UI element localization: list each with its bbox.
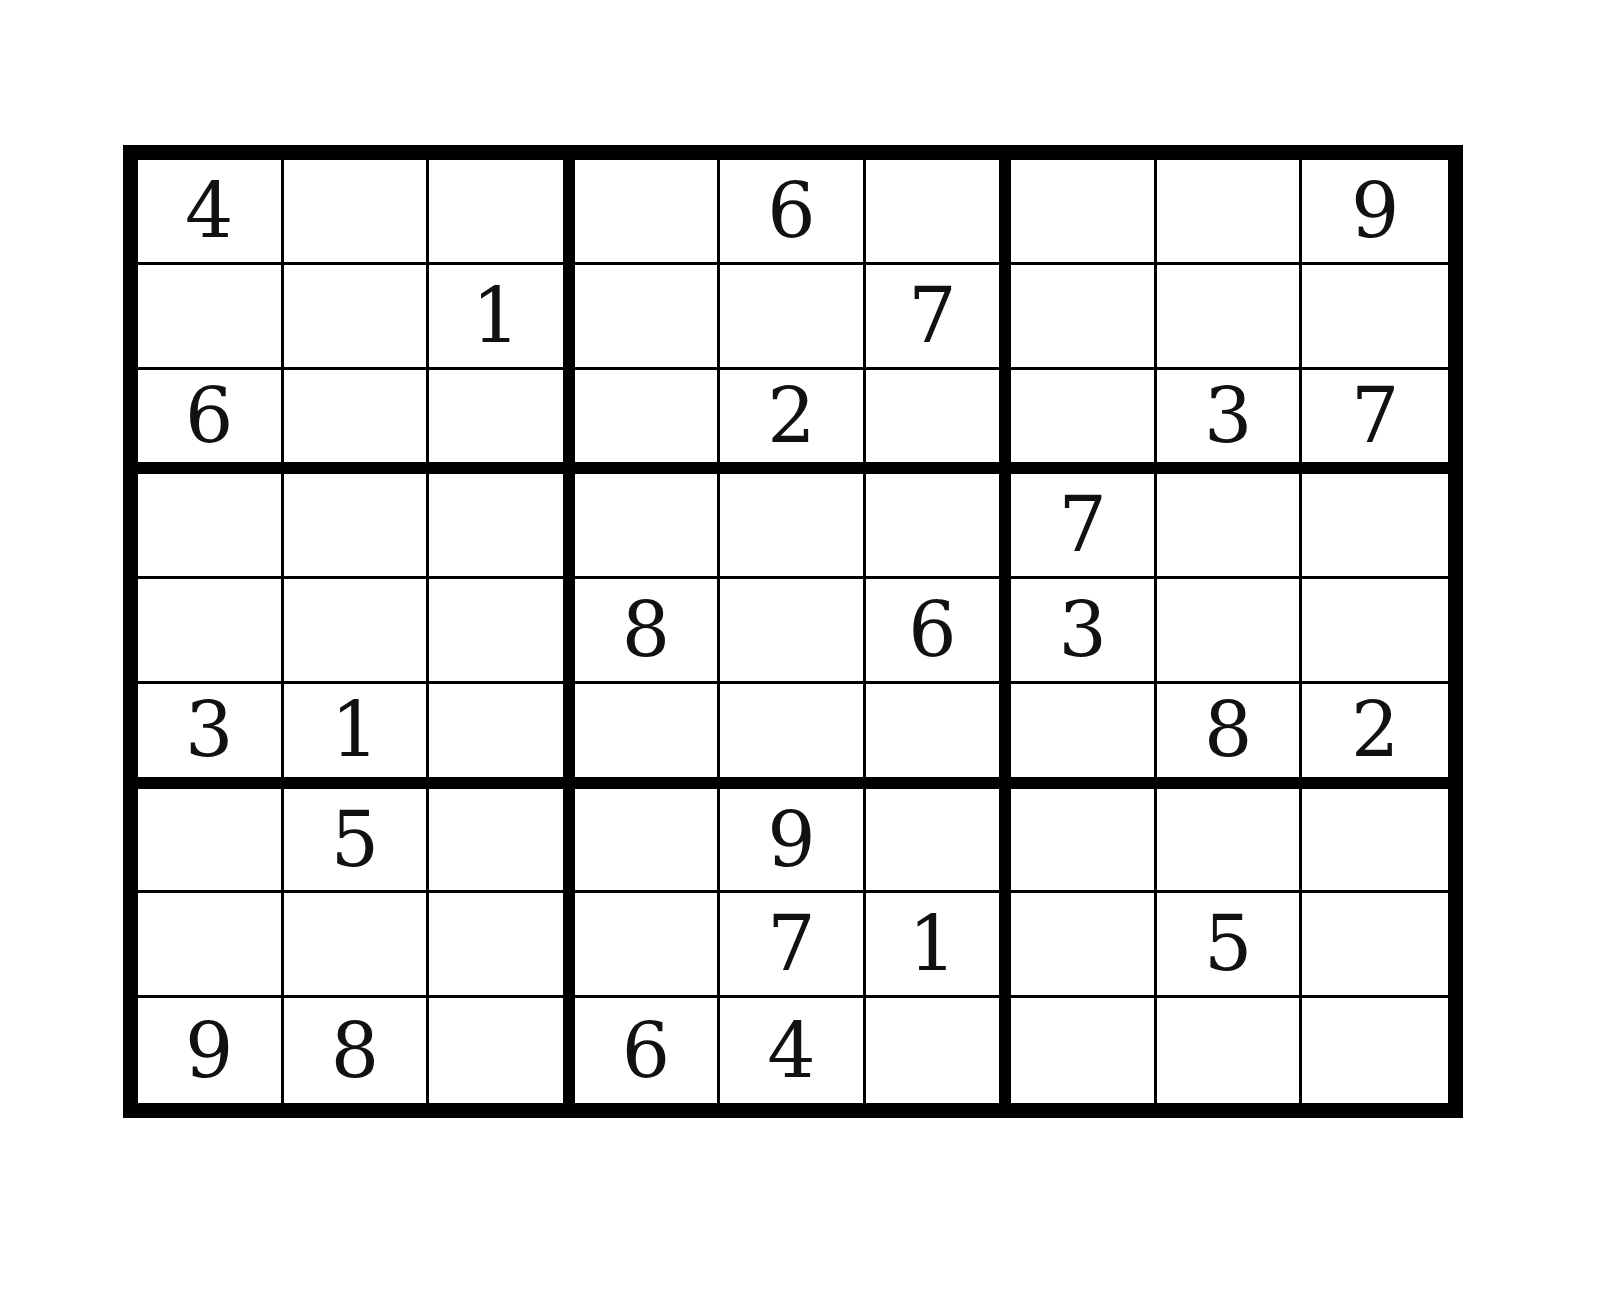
cell-r4c2[interactable] xyxy=(284,474,430,579)
cell-r7c9[interactable] xyxy=(1302,789,1448,894)
given-digit: 9 xyxy=(1351,173,1399,249)
cell-r5c1[interactable] xyxy=(138,579,284,684)
cell-r9c3[interactable] xyxy=(429,998,575,1103)
cell-r5c8[interactable] xyxy=(1157,579,1303,684)
given-digit: 2 xyxy=(1351,692,1399,768)
cell-r2c4[interactable] xyxy=(575,265,721,370)
cell-r6c9: 2 xyxy=(1302,684,1448,789)
cell-r8c1[interactable] xyxy=(138,893,284,998)
cell-r7c3[interactable] xyxy=(429,789,575,894)
cell-r1c2[interactable] xyxy=(284,160,430,265)
cell-r4c1[interactable] xyxy=(138,474,284,579)
cell-r5c7: 3 xyxy=(1011,579,1157,684)
cell-r5c2[interactable] xyxy=(284,579,430,684)
given-digit: 6 xyxy=(185,378,233,454)
cell-r3c2[interactable] xyxy=(284,370,430,475)
given-digit: 6 xyxy=(622,1013,670,1089)
given-digit: 1 xyxy=(908,906,956,982)
given-digit: 1 xyxy=(331,692,379,768)
cell-r3c7[interactable] xyxy=(1011,370,1157,475)
cell-r4c4[interactable] xyxy=(575,474,721,579)
cell-r4c7: 7 xyxy=(1011,474,1157,579)
cell-r4c6[interactable] xyxy=(866,474,1012,579)
given-digit: 8 xyxy=(622,592,670,668)
cell-r5c6: 6 xyxy=(866,579,1012,684)
cell-r2c8[interactable] xyxy=(1157,265,1303,370)
cell-r9c1: 9 xyxy=(138,998,284,1103)
given-digit: 6 xyxy=(908,592,956,668)
cell-r6c1: 3 xyxy=(138,684,284,789)
cell-r1c4[interactable] xyxy=(575,160,721,265)
cell-r3c8: 3 xyxy=(1157,370,1303,475)
cell-r1c7[interactable] xyxy=(1011,160,1157,265)
cell-r7c7[interactable] xyxy=(1011,789,1157,894)
given-digit: 2 xyxy=(767,378,815,454)
cell-r8c8: 5 xyxy=(1157,893,1303,998)
given-digit: 7 xyxy=(1351,378,1399,454)
cell-r7c5: 9 xyxy=(720,789,866,894)
cell-r9c5: 4 xyxy=(720,998,866,1103)
cell-r1c1: 4 xyxy=(138,160,284,265)
cell-r2c7[interactable] xyxy=(1011,265,1157,370)
cell-r5c9[interactable] xyxy=(1302,579,1448,684)
cell-r6c5[interactable] xyxy=(720,684,866,789)
cell-r8c6: 1 xyxy=(866,893,1012,998)
given-digit: 6 xyxy=(767,173,815,249)
cell-r8c2[interactable] xyxy=(284,893,430,998)
cell-r4c5[interactable] xyxy=(720,474,866,579)
cell-r3c1: 6 xyxy=(138,370,284,475)
cell-r1c6[interactable] xyxy=(866,160,1012,265)
cell-r8c3[interactable] xyxy=(429,893,575,998)
given-digit: 1 xyxy=(472,278,520,354)
cell-r7c1[interactable] xyxy=(138,789,284,894)
given-digit: 3 xyxy=(1058,592,1106,668)
cell-r9c7[interactable] xyxy=(1011,998,1157,1103)
cell-r3c3[interactable] xyxy=(429,370,575,475)
cell-r7c4[interactable] xyxy=(575,789,721,894)
given-digit: 5 xyxy=(1204,906,1252,982)
sudoku-board: 46917623778633182597159864 xyxy=(123,145,1463,1118)
cell-r2c5[interactable] xyxy=(720,265,866,370)
cell-r1c9: 9 xyxy=(1302,160,1448,265)
cell-r7c8[interactable] xyxy=(1157,789,1303,894)
cell-r2c9[interactable] xyxy=(1302,265,1448,370)
cell-r6c7[interactable] xyxy=(1011,684,1157,789)
cell-r2c1[interactable] xyxy=(138,265,284,370)
cell-r2c3: 1 xyxy=(429,265,575,370)
cell-r6c8: 8 xyxy=(1157,684,1303,789)
cell-r1c3[interactable] xyxy=(429,160,575,265)
given-digit: 9 xyxy=(185,1013,233,1089)
cell-r1c5: 6 xyxy=(720,160,866,265)
cell-r3c6[interactable] xyxy=(866,370,1012,475)
cell-r8c5: 7 xyxy=(720,893,866,998)
given-digit: 4 xyxy=(767,1013,815,1089)
given-digit: 9 xyxy=(767,802,815,878)
cell-r4c8[interactable] xyxy=(1157,474,1303,579)
cell-r1c8[interactable] xyxy=(1157,160,1303,265)
cell-r9c8[interactable] xyxy=(1157,998,1303,1103)
cell-r4c9[interactable] xyxy=(1302,474,1448,579)
given-digit: 8 xyxy=(1204,692,1252,768)
cell-r2c6: 7 xyxy=(866,265,1012,370)
cell-r9c4: 6 xyxy=(575,998,721,1103)
cell-r3c4[interactable] xyxy=(575,370,721,475)
given-digit: 5 xyxy=(331,802,379,878)
cell-r3c9: 7 xyxy=(1302,370,1448,475)
cell-r9c9[interactable] xyxy=(1302,998,1448,1103)
cell-r9c2: 8 xyxy=(284,998,430,1103)
given-digit: 8 xyxy=(331,1013,379,1089)
cell-r6c2: 1 xyxy=(284,684,430,789)
given-digit: 3 xyxy=(1204,378,1252,454)
given-digit: 7 xyxy=(767,906,815,982)
cell-r7c6[interactable] xyxy=(866,789,1012,894)
given-digit: 7 xyxy=(1058,487,1106,563)
cell-r3c5: 2 xyxy=(720,370,866,475)
cell-r7c2: 5 xyxy=(284,789,430,894)
cell-r5c5[interactable] xyxy=(720,579,866,684)
cell-r6c3[interactable] xyxy=(429,684,575,789)
cell-r5c4: 8 xyxy=(575,579,721,684)
cell-r5c3[interactable] xyxy=(429,579,575,684)
cell-r8c9[interactable] xyxy=(1302,893,1448,998)
cell-r6c4[interactable] xyxy=(575,684,721,789)
cell-r2c2[interactable] xyxy=(284,265,430,370)
cell-r8c4[interactable] xyxy=(575,893,721,998)
cell-r4c3[interactable] xyxy=(429,474,575,579)
given-digit: 3 xyxy=(185,692,233,768)
cell-r8c7[interactable] xyxy=(1011,893,1157,998)
cell-r6c6[interactable] xyxy=(866,684,1012,789)
given-digit: 4 xyxy=(185,173,233,249)
given-digit: 7 xyxy=(908,278,956,354)
cell-r9c6[interactable] xyxy=(866,998,1012,1103)
